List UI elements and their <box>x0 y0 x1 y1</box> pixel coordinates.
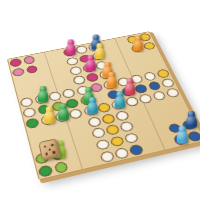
pawn-body <box>36 90 47 102</box>
pawn-body <box>176 131 188 144</box>
pawn-body <box>106 76 117 88</box>
field-home-blue-circle <box>186 130 200 142</box>
pawn-body <box>65 44 75 55</box>
pawn-body <box>94 48 104 59</box>
die-pip <box>44 145 47 148</box>
pawn-orange[interactable] <box>106 71 117 88</box>
pawn-teal[interactable] <box>114 91 125 108</box>
die-pip <box>52 151 55 154</box>
pawn-magenta[interactable] <box>65 39 75 55</box>
field-start-yellow-circle <box>156 68 171 78</box>
field-track-circle <box>69 108 84 119</box>
pawn-body <box>86 102 97 114</box>
pawn-body <box>85 60 96 72</box>
scene <box>0 0 200 200</box>
pawn-body <box>114 96 125 108</box>
field-track-circle <box>124 132 140 144</box>
field-start-green-circle <box>25 118 40 130</box>
die-pip <box>48 148 51 151</box>
field-track-circle <box>48 91 62 102</box>
pawn-teal[interactable] <box>86 97 97 114</box>
pawn-green[interactable] <box>36 85 47 102</box>
pawn-green[interactable] <box>57 103 68 121</box>
pawn-magenta[interactable] <box>85 55 96 71</box>
field-track-circle <box>160 78 175 88</box>
pawn-body <box>124 83 135 95</box>
pawn-red[interactable] <box>124 78 135 95</box>
pawn-body <box>57 108 68 120</box>
pawn-body <box>133 40 143 51</box>
field-home-green-circle <box>53 161 69 174</box>
field-track-circle <box>72 75 86 85</box>
pawn-lightblue[interactable] <box>176 125 188 143</box>
field-home-green <box>36 163 55 179</box>
field-home-green-circle <box>38 164 54 177</box>
pawn-yellow[interactable] <box>94 43 104 59</box>
field-track <box>71 74 88 87</box>
field-home-green <box>52 159 71 175</box>
pawn-orange[interactable] <box>133 36 143 52</box>
pawn-body <box>43 112 54 124</box>
die-pip <box>51 144 54 147</box>
field-finish-blue-circle <box>147 81 162 91</box>
wooden-die[interactable] <box>38 138 61 161</box>
field-track-circle <box>99 150 115 163</box>
pawn-yellow[interactable] <box>43 106 54 124</box>
field-track-circle <box>114 147 130 160</box>
die-pip <box>45 152 48 155</box>
